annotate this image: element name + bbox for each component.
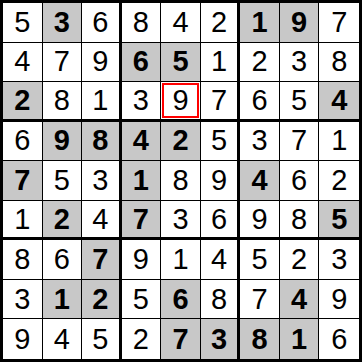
cell-r9c4[interactable]: 2: [122, 319, 162, 359]
digit-r9c8: 1: [291, 323, 307, 356]
digit-r5c9: 2: [331, 164, 347, 197]
cell-r4c6[interactable]: 5: [201, 122, 241, 162]
cell-r2c4[interactable]: 6: [122, 43, 162, 83]
digit-r4c9: 1: [331, 124, 347, 157]
cell-r1c2[interactable]: 3: [43, 3, 83, 43]
digit-r3c6: 7: [211, 84, 227, 117]
digit-r5c1: 7: [14, 164, 30, 197]
cell-r1c6[interactable]: 2: [201, 3, 241, 43]
cell-r6c2[interactable]: 2: [43, 201, 83, 241]
digit-r7c8: 2: [291, 243, 307, 276]
digit-r4c2: 9: [54, 124, 70, 157]
cell-r2c7[interactable]: 2: [240, 43, 280, 83]
digit-r2c8: 3: [291, 45, 307, 78]
digit-r6c9: 5: [331, 203, 347, 236]
cell-r7c4[interactable]: 9: [122, 240, 162, 280]
digit-r1c6: 2: [211, 6, 227, 39]
cell-r6c3[interactable]: 4: [82, 201, 122, 241]
digit-r8c1: 3: [14, 283, 30, 316]
cell-r9c3[interactable]: 5: [82, 319, 122, 359]
digit-r4c4: 4: [133, 124, 149, 157]
digit-r5c8: 6: [291, 164, 307, 197]
digit-r3c3: 1: [92, 84, 108, 117]
cell-r6c9[interactable]: 5: [319, 201, 359, 241]
cell-r4c9[interactable]: 1: [319, 122, 359, 162]
cell-r3c8[interactable]: 5: [280, 82, 320, 122]
digit-r1c5: 4: [172, 6, 188, 39]
cell-r2c9[interactable]: 8: [319, 43, 359, 83]
digit-r2c3: 9: [92, 45, 108, 78]
digit-r5c2: 5: [54, 164, 70, 197]
cell-r9c8[interactable]: 1: [280, 319, 320, 359]
cell-r7c9[interactable]: 3: [319, 240, 359, 280]
digit-r3c7: 6: [252, 84, 268, 117]
cell-r1c5[interactable]: 4: [161, 3, 201, 43]
digit-r2c7: 2: [252, 45, 268, 78]
cell-r4c3[interactable]: 8: [82, 122, 122, 162]
cell-r4c1[interactable]: 6: [3, 122, 43, 162]
digit-r1c3: 6: [92, 6, 108, 39]
digit-r6c2: 2: [54, 203, 70, 236]
cell-r2c3[interactable]: 9: [82, 43, 122, 83]
cell-r8c2[interactable]: 1: [43, 280, 83, 320]
digit-r2c2: 7: [54, 45, 70, 78]
cell-r9c6[interactable]: 3: [201, 319, 241, 359]
cell-r8c4[interactable]: 5: [122, 280, 162, 320]
cell-r9c5[interactable]: 7: [161, 319, 201, 359]
cell-r9c9[interactable]: 6: [319, 319, 359, 359]
cell-r4c2[interactable]: 9: [43, 122, 83, 162]
cell-r6c5[interactable]: 3: [161, 201, 201, 241]
cell-r2c6[interactable]: 1: [201, 43, 241, 83]
digit-r1c9: 7: [331, 6, 347, 39]
cell-r8c9[interactable]: 9: [319, 280, 359, 320]
cell-r7c8[interactable]: 2: [280, 240, 320, 280]
cell-r2c1[interactable]: 4: [3, 43, 43, 83]
cell-r2c5[interactable]: 5: [161, 43, 201, 83]
cell-r1c3[interactable]: 6: [82, 3, 122, 43]
digit-r3c2: 8: [54, 84, 70, 117]
cell-r6c6[interactable]: 6: [201, 201, 241, 241]
sudoku-board: 5368421974796512382813976546984253717531…: [0, 0, 362, 362]
digit-r9c3: 5: [92, 323, 108, 356]
digit-r7c9: 3: [331, 243, 347, 276]
cell-r5c6[interactable]: 9: [201, 161, 241, 201]
digit-r6c3: 4: [92, 203, 108, 236]
digit-r9c1: 9: [14, 323, 30, 356]
cell-r4c5[interactable]: 2: [161, 122, 201, 162]
cell-r3c3[interactable]: 1: [82, 82, 122, 122]
cell-r6c7[interactable]: 9: [240, 201, 280, 241]
cell-r7c5[interactable]: 1: [161, 240, 201, 280]
digit-r6c8: 8: [291, 203, 307, 236]
digit-r4c5: 2: [172, 124, 188, 157]
cell-r7c1[interactable]: 8: [3, 240, 43, 280]
digit-r7c3: 7: [92, 243, 108, 276]
cell-r8c1[interactable]: 3: [3, 280, 43, 320]
digit-r8c6: 8: [211, 283, 227, 316]
cell-r8c5[interactable]: 6: [161, 280, 201, 320]
cell-r8c6[interactable]: 8: [201, 280, 241, 320]
digit-r8c9: 9: [331, 283, 347, 316]
digit-r6c5: 3: [172, 203, 188, 236]
digit-r1c4: 8: [133, 6, 149, 39]
cell-r4c4[interactable]: 4: [122, 122, 162, 162]
digit-r7c5: 1: [172, 243, 188, 276]
digit-r8c2: 1: [54, 283, 70, 316]
cell-r6c1[interactable]: 1: [3, 201, 43, 241]
digit-r3c5: 9: [172, 84, 188, 117]
cell-r5c5[interactable]: 8: [161, 161, 201, 201]
cell-r8c7[interactable]: 7: [240, 280, 280, 320]
digit-r4c6: 5: [211, 124, 227, 157]
digit-r5c4: 1: [133, 164, 149, 197]
cell-r7c2[interactable]: 6: [43, 240, 83, 280]
cell-r8c8[interactable]: 4: [280, 280, 320, 320]
digit-r6c1: 1: [14, 203, 30, 236]
digit-r3c1: 2: [14, 84, 30, 117]
cell-r1c7[interactable]: 1: [240, 3, 280, 43]
cell-r9c2[interactable]: 4: [43, 319, 83, 359]
cell-r3c6[interactable]: 7: [201, 82, 241, 122]
cell-r3c5[interactable]: 9: [161, 82, 201, 122]
digit-r7c7: 5: [252, 243, 268, 276]
cell-r3c4[interactable]: 3: [122, 82, 162, 122]
digit-r5c6: 9: [211, 164, 227, 197]
digit-r8c7: 7: [252, 283, 268, 316]
digit-r9c7: 8: [252, 323, 268, 356]
digit-r2c1: 4: [14, 45, 30, 78]
cell-r5c3[interactable]: 3: [82, 161, 122, 201]
digit-r2c6: 1: [211, 45, 227, 78]
digit-r6c4: 7: [133, 203, 149, 236]
digit-r8c3: 2: [92, 283, 108, 316]
cell-r1c1[interactable]: 5: [3, 3, 43, 43]
digit-r6c6: 6: [211, 203, 227, 236]
cell-r4c7[interactable]: 3: [240, 122, 280, 162]
digit-r1c1: 5: [14, 6, 30, 39]
cell-r5c1[interactable]: 7: [3, 161, 43, 201]
cell-r9c7[interactable]: 8: [240, 319, 280, 359]
cell-r2c2[interactable]: 7: [43, 43, 83, 83]
cell-r1c8[interactable]: 9: [280, 3, 320, 43]
cell-r7c7[interactable]: 5: [240, 240, 280, 280]
cell-r2c8[interactable]: 3: [280, 43, 320, 83]
cell-r8c3[interactable]: 2: [82, 280, 122, 320]
cell-r5c2[interactable]: 5: [43, 161, 83, 201]
digit-r4c8: 7: [291, 124, 307, 157]
cell-r7c3[interactable]: 7: [82, 240, 122, 280]
cell-r3c1[interactable]: 2: [3, 82, 43, 122]
digit-r5c3: 3: [92, 164, 108, 197]
digit-r7c1: 8: [14, 243, 30, 276]
digit-r1c7: 1: [252, 6, 268, 39]
cell-r1c9[interactable]: 7: [319, 3, 359, 43]
digit-r4c3: 8: [92, 124, 108, 157]
cell-r3c9[interactable]: 4: [319, 82, 359, 122]
digit-r3c4: 3: [133, 84, 149, 117]
cell-r1c4[interactable]: 8: [122, 3, 162, 43]
digit-r8c4: 5: [133, 283, 149, 316]
digit-r8c8: 4: [291, 283, 307, 316]
digit-r9c9: 6: [331, 323, 347, 356]
digit-r8c5: 6: [172, 283, 188, 316]
digit-r9c4: 2: [133, 323, 149, 356]
digit-r9c2: 4: [54, 323, 70, 356]
cell-r5c7[interactable]: 4: [240, 161, 280, 201]
cell-r3c7[interactable]: 6: [240, 82, 280, 122]
digit-r6c7: 9: [252, 203, 268, 236]
cell-r5c9[interactable]: 2: [319, 161, 359, 201]
digit-r2c9: 8: [331, 45, 347, 78]
digit-r1c2: 3: [54, 6, 70, 39]
digit-r7c4: 9: [133, 243, 149, 276]
digit-r9c6: 3: [211, 323, 227, 356]
digit-r5c5: 8: [172, 164, 188, 197]
digit-r2c4: 6: [133, 45, 149, 78]
digit-r3c8: 5: [291, 84, 307, 117]
cell-r3c2[interactable]: 8: [43, 82, 83, 122]
cell-r5c4[interactable]: 1: [122, 161, 162, 201]
cell-r5c8[interactable]: 6: [280, 161, 320, 201]
cell-r6c8[interactable]: 8: [280, 201, 320, 241]
digit-r3c9: 4: [331, 84, 347, 117]
digit-r1c8: 9: [291, 6, 307, 39]
digit-r7c2: 6: [54, 243, 70, 276]
cell-r9c1[interactable]: 9: [3, 319, 43, 359]
cell-r6c4[interactable]: 7: [122, 201, 162, 241]
digit-r5c7: 4: [252, 164, 268, 197]
cell-r7c6[interactable]: 4: [201, 240, 241, 280]
digit-r2c5: 5: [172, 45, 188, 78]
digit-r4c7: 3: [252, 124, 268, 157]
digit-r7c6: 4: [211, 243, 227, 276]
cell-r4c8[interactable]: 7: [280, 122, 320, 162]
digit-r4c1: 6: [14, 124, 30, 157]
digit-r9c5: 7: [172, 323, 188, 356]
